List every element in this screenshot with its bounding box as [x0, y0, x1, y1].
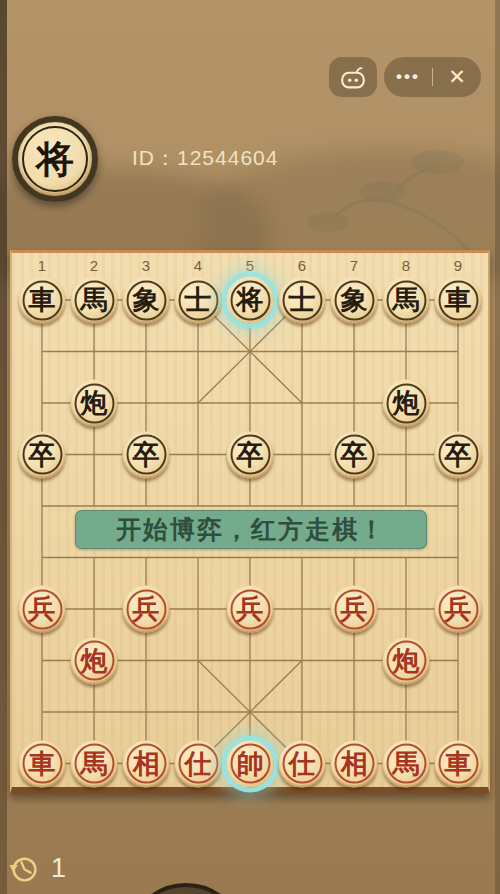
- piece-glyph: 馬: [81, 287, 108, 314]
- close-button[interactable]: ✕: [433, 57, 481, 97]
- player-avatar: 将: [12, 116, 98, 202]
- piece-black-炮[interactable]: 炮: [71, 380, 118, 427]
- piece-glyph: 兵: [29, 596, 56, 623]
- piece-black-車[interactable]: 車: [19, 277, 66, 324]
- piece-glyph: 車: [29, 750, 56, 777]
- column-label-top: 1: [38, 257, 46, 274]
- piece-glyph: 兵: [445, 596, 472, 623]
- piece-black-卒[interactable]: 卒: [331, 431, 378, 478]
- turn-banner: 开始博弈，红方走棋！: [75, 510, 427, 549]
- piece-black-車[interactable]: 車: [435, 277, 482, 324]
- piece-red-炮[interactable]: 炮: [71, 637, 118, 684]
- piece-glyph: 炮: [81, 647, 108, 674]
- column-label-top: 6: [298, 257, 306, 274]
- piece-red-仕[interactable]: 仕: [279, 740, 326, 787]
- piece-black-将[interactable]: 将: [227, 277, 274, 324]
- opponent-avatar-peek: [126, 883, 246, 894]
- player-id: ID：12544604: [132, 144, 278, 172]
- piece-red-炮[interactable]: 炮: [383, 637, 430, 684]
- piece-glyph: 象: [341, 287, 368, 314]
- menu-pill: ••• ✕: [384, 57, 481, 97]
- history-clock-icon: [8, 853, 39, 884]
- piece-glyph: 炮: [393, 390, 420, 417]
- piece-glyph: 兵: [341, 596, 368, 623]
- piece-red-兵[interactable]: 兵: [227, 586, 274, 633]
- piece-red-車[interactable]: 車: [19, 740, 66, 787]
- piece-glyph: 仕: [289, 750, 316, 777]
- piece-glyph: 卒: [341, 441, 368, 468]
- piece-red-車[interactable]: 車: [435, 740, 482, 787]
- column-label-top: 5: [246, 257, 254, 274]
- piece-black-象[interactable]: 象: [331, 277, 378, 324]
- column-label-top: 2: [90, 257, 98, 274]
- piece-glyph: 馬: [81, 750, 108, 777]
- piece-glyph: 卒: [445, 441, 472, 468]
- piece-glyph: 仕: [185, 750, 212, 777]
- pine-tree-silhouette: [270, 130, 490, 270]
- piece-glyph: 卒: [29, 441, 56, 468]
- piece-glyph: 相: [133, 750, 160, 777]
- piece-glyph: 象: [133, 287, 160, 314]
- piece-glyph: 将: [237, 287, 264, 314]
- undo-button[interactable]: 1: [8, 853, 66, 884]
- column-label-top: 8: [402, 257, 410, 274]
- piece-glyph: 炮: [81, 390, 108, 417]
- column-label-top: 7: [350, 257, 358, 274]
- column-label-top: 4: [194, 257, 202, 274]
- piece-black-卒[interactable]: 卒: [435, 431, 482, 478]
- piece-black-馬[interactable]: 馬: [71, 277, 118, 324]
- piece-glyph: 兵: [133, 596, 160, 623]
- piece-glyph: 炮: [393, 647, 420, 674]
- piece-black-士[interactable]: 士: [175, 277, 222, 324]
- gamepad-button[interactable]: [329, 57, 377, 97]
- piece-glyph: 帥: [237, 750, 264, 777]
- piece-black-卒[interactable]: 卒: [227, 431, 274, 478]
- piece-glyph: 卒: [237, 441, 264, 468]
- gamepad-icon: [338, 64, 368, 91]
- piece-glyph: 車: [29, 287, 56, 314]
- piece-black-卒[interactable]: 卒: [123, 431, 170, 478]
- column-label-top: 3: [142, 257, 150, 274]
- piece-red-仕[interactable]: 仕: [175, 740, 222, 787]
- piece-glyph: 相: [341, 750, 368, 777]
- piece-red-馬[interactable]: 馬: [383, 740, 430, 787]
- window-right-edge: [495, 0, 500, 894]
- piece-red-相[interactable]: 相: [123, 740, 170, 787]
- piece-glyph: 士: [289, 287, 316, 314]
- piece-black-炮[interactable]: 炮: [383, 380, 430, 427]
- piece-red-相[interactable]: 相: [331, 740, 378, 787]
- piece-glyph: 車: [445, 750, 472, 777]
- piece-glyph: 士: [185, 287, 212, 314]
- piece-red-馬[interactable]: 馬: [71, 740, 118, 787]
- piece-glyph: 兵: [237, 596, 264, 623]
- piece-black-馬[interactable]: 馬: [383, 277, 430, 324]
- piece-black-象[interactable]: 象: [123, 277, 170, 324]
- piece-glyph: 卒: [133, 441, 160, 468]
- piece-glyph: 馬: [393, 287, 420, 314]
- piece-red-兵[interactable]: 兵: [19, 586, 66, 633]
- window-left-edge: [0, 0, 7, 894]
- more-button[interactable]: •••: [384, 57, 432, 97]
- piece-red-兵[interactable]: 兵: [123, 586, 170, 633]
- piece-black-卒[interactable]: 卒: [19, 431, 66, 478]
- piece-glyph: 馬: [393, 750, 420, 777]
- undo-count: 1: [51, 853, 66, 884]
- column-label-top: 9: [454, 257, 462, 274]
- xiangqi-board[interactable]: 123456789 九八七六五四三二一 車馬象士将士象馬車炮炮卒卒卒卒卒兵兵兵兵…: [10, 250, 490, 794]
- piece-red-兵[interactable]: 兵: [331, 586, 378, 633]
- piece-red-兵[interactable]: 兵: [435, 586, 482, 633]
- piece-black-士[interactable]: 士: [279, 277, 326, 324]
- piece-glyph: 車: [445, 287, 472, 314]
- avatar-piece-glyph: 将: [36, 134, 74, 185]
- piece-red-帥[interactable]: 帥: [227, 740, 274, 787]
